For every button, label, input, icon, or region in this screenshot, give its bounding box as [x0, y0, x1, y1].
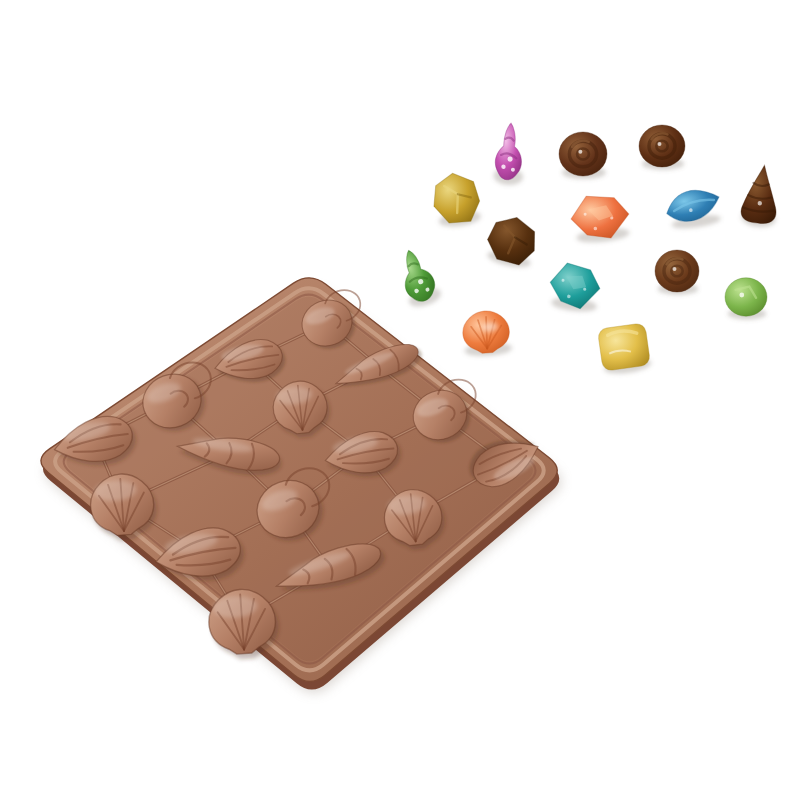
candy-sparkle	[739, 293, 744, 298]
scene-canvas	[0, 0, 800, 800]
candy-conch-green	[394, 245, 443, 310]
candy-layer	[394, 122, 782, 376]
candy-chunk-brown	[483, 213, 540, 271]
candy-body	[559, 132, 607, 176]
candy-cone-brown	[740, 163, 782, 228]
candy-square-yellow	[597, 323, 652, 377]
candy-conch-purple	[493, 122, 527, 186]
candy-scallop-orange	[461, 309, 512, 357]
candy-body	[725, 278, 767, 316]
candy-shard-orange	[569, 192, 632, 245]
candy-chunk-yellow	[430, 170, 483, 229]
candy-swirl-brown-1	[559, 132, 607, 179]
candy-leaf-blue	[664, 187, 723, 231]
candy-body	[655, 250, 699, 292]
candy-body	[639, 125, 685, 167]
candy-body	[740, 163, 781, 224]
candy-swirl-brown-2	[639, 125, 685, 170]
candy-shard-teal	[548, 262, 603, 314]
candy-sparkle	[672, 267, 676, 271]
candy-swirl-brown-3	[655, 250, 699, 295]
candy-sparkle	[578, 150, 582, 154]
product-photo	[0, 0, 800, 800]
candy-sparkle	[657, 142, 661, 146]
candy-round-green	[725, 278, 767, 320]
